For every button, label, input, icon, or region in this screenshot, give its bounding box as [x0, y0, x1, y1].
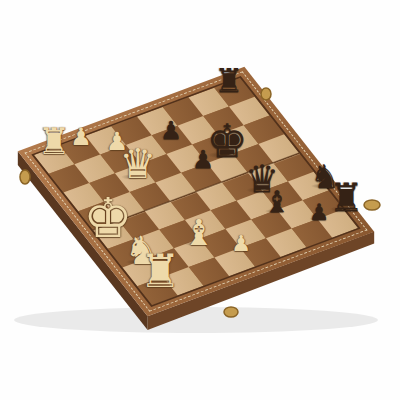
white-bishop-b3[interactable]: ♝: [183, 215, 215, 251]
chess-photo-scene: ♜♟♟♟♜♚♟♛♞♛♜♝♟♚♝♟♞♜: [0, 0, 400, 400]
brass-clasp-right: [364, 200, 380, 210]
white-queen-e3[interactable]: ♛: [120, 144, 157, 185]
board-drop-shadow: [14, 307, 378, 333]
black-bishop-b6[interactable]: ♝: [264, 187, 291, 217]
black-pawn-e5[interactable]: ♟: [192, 147, 214, 172]
black-rook-a8[interactable]: ♜: [329, 178, 364, 217]
brass-hinge-left: [20, 170, 30, 184]
white-rook-g1[interactable]: ♜: [37, 123, 70, 160]
black-rook-h8[interactable]: ♜: [214, 64, 244, 97]
black-pawn-a7[interactable]: ♟: [309, 201, 330, 224]
brass-hinge-bottom: [224, 307, 238, 317]
black-pawn-g5[interactable]: ♟: [160, 118, 182, 143]
white-pawn-a4[interactable]: ♟: [231, 233, 251, 255]
white-rook-a1[interactable]: ♜: [139, 248, 180, 294]
white-pawn-g2[interactable]: ♟: [70, 125, 92, 149]
